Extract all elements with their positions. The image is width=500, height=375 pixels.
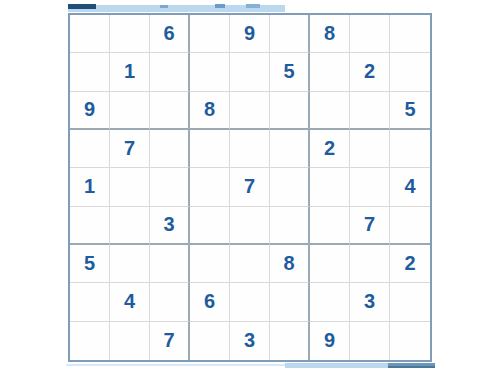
cell-r6c4[interactable]: [190, 207, 230, 245]
cell-r1c7[interactable]: 8: [310, 15, 350, 53]
cell-r4c3[interactable]: [150, 130, 190, 168]
cell-r7c7[interactable]: [310, 245, 350, 283]
cell-r6c7[interactable]: [310, 207, 350, 245]
cell-r7c5[interactable]: [230, 245, 270, 283]
cell-r7c4[interactable]: [190, 245, 230, 283]
cell-r9c2[interactable]: [110, 322, 150, 360]
cell-r4c2[interactable]: 7: [110, 130, 150, 168]
cell-r6c2[interactable]: [110, 207, 150, 245]
cell-r1c9[interactable]: [390, 15, 430, 53]
scrollbar-thumb-top[interactable]: [68, 4, 96, 9]
cell-r6c8[interactable]: 7: [350, 207, 390, 245]
sudoku-page: 6981529857217437582463739: [0, 0, 500, 375]
cell-r2c2[interactable]: 1: [110, 53, 150, 91]
cell-r4c7[interactable]: 2: [310, 130, 350, 168]
cell-r1c2[interactable]: [110, 15, 150, 53]
cell-r2c6[interactable]: 5: [270, 53, 310, 91]
cell-r3c5[interactable]: [230, 92, 270, 130]
horizontal-scrollbar-line-bottom: [66, 364, 286, 366]
cell-r2c5[interactable]: [230, 53, 270, 91]
cell-r8c8[interactable]: 3: [350, 283, 390, 321]
cell-r5c7[interactable]: [310, 168, 350, 206]
cell-r7c9[interactable]: 2: [390, 245, 430, 283]
cell-r1c6[interactable]: [270, 15, 310, 53]
cell-r7c1[interactable]: 5: [70, 245, 110, 283]
cell-r7c6[interactable]: 8: [270, 245, 310, 283]
cell-r7c2[interactable]: [110, 245, 150, 283]
cell-r9c6[interactable]: [270, 322, 310, 360]
cell-r2c3[interactable]: [150, 53, 190, 91]
cell-r8c9[interactable]: [390, 283, 430, 321]
cell-r4c6[interactable]: [270, 130, 310, 168]
cell-r1c1[interactable]: [70, 15, 110, 53]
cell-r4c4[interactable]: [190, 130, 230, 168]
cell-r1c5[interactable]: 9: [230, 15, 270, 53]
cell-r8c1[interactable]: [70, 283, 110, 321]
cell-r2c4[interactable]: [190, 53, 230, 91]
scrollbar-mark-icon: [215, 4, 225, 8]
cell-r5c8[interactable]: [350, 168, 390, 206]
sudoku-grid: 6981529857217437582463739: [68, 13, 432, 362]
cell-r3c6[interactable]: [270, 92, 310, 130]
cell-r5c5[interactable]: 7: [230, 168, 270, 206]
horizontal-scrollbar-track-bottom[interactable]: [285, 363, 389, 368]
cell-r5c9[interactable]: 4: [390, 168, 430, 206]
scrollbar-mark-icon: [246, 4, 260, 8]
cell-r3c3[interactable]: [150, 92, 190, 130]
cell-r2c1[interactable]: [70, 53, 110, 91]
cell-r9c5[interactable]: 3: [230, 322, 270, 360]
cell-r5c3[interactable]: [150, 168, 190, 206]
cell-r1c4[interactable]: [190, 15, 230, 53]
cell-r8c4[interactable]: 6: [190, 283, 230, 321]
cell-r3c1[interactable]: 9: [70, 92, 110, 130]
cell-r9c8[interactable]: [350, 322, 390, 360]
cell-r7c3[interactable]: [150, 245, 190, 283]
cell-r3c9[interactable]: 5: [390, 92, 430, 130]
cell-r2c7[interactable]: [310, 53, 350, 91]
cell-r6c3[interactable]: 3: [150, 207, 190, 245]
cell-r5c6[interactable]: [270, 168, 310, 206]
cell-r7c8[interactable]: [350, 245, 390, 283]
cell-r8c6[interactable]: [270, 283, 310, 321]
cell-r5c4[interactable]: [190, 168, 230, 206]
cell-r6c5[interactable]: [230, 207, 270, 245]
cell-r5c1[interactable]: 1: [70, 168, 110, 206]
cell-r8c7[interactable]: [310, 283, 350, 321]
cell-r4c1[interactable]: [70, 130, 110, 168]
cell-r2c9[interactable]: [390, 53, 430, 91]
cell-r8c5[interactable]: [230, 283, 270, 321]
cell-r3c8[interactable]: [350, 92, 390, 130]
cell-r3c2[interactable]: [110, 92, 150, 130]
cell-r6c1[interactable]: [70, 207, 110, 245]
cell-r9c9[interactable]: [390, 322, 430, 360]
cell-r4c9[interactable]: [390, 130, 430, 168]
cell-r2c8[interactable]: 2: [350, 53, 390, 91]
cell-r6c6[interactable]: [270, 207, 310, 245]
cell-r4c8[interactable]: [350, 130, 390, 168]
cell-r4c5[interactable]: [230, 130, 270, 168]
cell-r9c4[interactable]: [190, 322, 230, 360]
scrollbar-mark-icon: [160, 5, 168, 8]
cell-r5c2[interactable]: [110, 168, 150, 206]
cell-r3c7[interactable]: [310, 92, 350, 130]
cell-r9c3[interactable]: 7: [150, 322, 190, 360]
cell-r1c3[interactable]: 6: [150, 15, 190, 53]
scrollbar-thumb-bottom[interactable]: [388, 363, 435, 368]
cell-r3c4[interactable]: 8: [190, 92, 230, 130]
cell-r8c2[interactable]: 4: [110, 283, 150, 321]
cell-r9c7[interactable]: 9: [310, 322, 350, 360]
cell-r6c9[interactable]: [390, 207, 430, 245]
cell-r9c1[interactable]: [70, 322, 110, 360]
cell-r8c3[interactable]: [150, 283, 190, 321]
cell-r1c8[interactable]: [350, 15, 390, 53]
